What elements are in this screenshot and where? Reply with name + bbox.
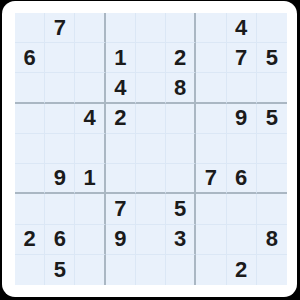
cell-r7c4[interactable]: 7: [106, 194, 136, 224]
cell-r2c7[interactable]: [196, 43, 226, 73]
cell-r8c4[interactable]: 9: [106, 225, 136, 255]
cell-r1c7[interactable]: [196, 13, 226, 43]
cell-r8c8[interactable]: [227, 225, 257, 255]
cell-r4c4[interactable]: 2: [106, 104, 136, 134]
cell-r3c6[interactable]: 8: [166, 73, 196, 103]
cell-r7c2[interactable]: [45, 194, 75, 224]
cell-r7c8[interactable]: [227, 194, 257, 224]
cell-r3c2[interactable]: [45, 73, 75, 103]
cell-r3c4[interactable]: 4: [106, 73, 136, 103]
cell-r1c4[interactable]: [106, 13, 136, 43]
cell-r3c9[interactable]: [257, 73, 287, 103]
cell-r7c7[interactable]: [196, 194, 226, 224]
cell-r1c6[interactable]: [166, 13, 196, 43]
cell-r6c5[interactable]: [136, 164, 166, 194]
cell-r6c1[interactable]: [15, 164, 45, 194]
cell-r3c8[interactable]: [227, 73, 257, 103]
cell-r4c6[interactable]: [166, 104, 196, 134]
cell-r6c6[interactable]: [166, 164, 196, 194]
cell-r6c8[interactable]: 6: [227, 164, 257, 194]
cell-r5c2[interactable]: [45, 134, 75, 164]
cell-r2c1[interactable]: 6: [15, 43, 45, 73]
cell-r1c2[interactable]: 7: [45, 13, 75, 43]
cell-r7c5[interactable]: [136, 194, 166, 224]
cell-r9c6[interactable]: [166, 255, 196, 285]
cell-r3c5[interactable]: [136, 73, 166, 103]
cell-r7c3[interactable]: [75, 194, 105, 224]
cell-r8c5[interactable]: [136, 225, 166, 255]
cell-r7c6[interactable]: 5: [166, 194, 196, 224]
cell-r5c1[interactable]: [15, 134, 45, 164]
cell-r9c4[interactable]: [106, 255, 136, 285]
cell-r4c5[interactable]: [136, 104, 166, 134]
cell-r9c1[interactable]: [15, 255, 45, 285]
cell-r6c7[interactable]: 7: [196, 164, 226, 194]
cell-r2c9[interactable]: 5: [257, 43, 287, 73]
cell-r4c1[interactable]: [15, 104, 45, 134]
cell-r7c1[interactable]: [15, 194, 45, 224]
cell-r8c6[interactable]: 3: [166, 225, 196, 255]
cell-r2c3[interactable]: [75, 43, 105, 73]
cell-r5c4[interactable]: [106, 134, 136, 164]
sudoku-grid: 74612754842959176752693852: [15, 13, 287, 285]
cell-r1c8[interactable]: 4: [227, 13, 257, 43]
cell-r8c1[interactable]: 2: [15, 225, 45, 255]
cell-r4c2[interactable]: [45, 104, 75, 134]
cell-r4c9[interactable]: 5: [257, 104, 287, 134]
cell-r5c6[interactable]: [166, 134, 196, 164]
cell-r8c3[interactable]: [75, 225, 105, 255]
cell-r3c3[interactable]: [75, 73, 105, 103]
cell-r1c3[interactable]: [75, 13, 105, 43]
cell-r1c5[interactable]: [136, 13, 166, 43]
cell-r6c9[interactable]: [257, 164, 287, 194]
cell-r9c9[interactable]: [257, 255, 287, 285]
cell-r1c1[interactable]: [15, 13, 45, 43]
sudoku-board-frame: 74612754842959176752693852: [2, 1, 297, 297]
cell-r8c7[interactable]: [196, 225, 226, 255]
cell-r5c3[interactable]: [75, 134, 105, 164]
cell-r9c7[interactable]: [196, 255, 226, 285]
cell-r7c9[interactable]: [257, 194, 287, 224]
cell-r2c8[interactable]: 7: [227, 43, 257, 73]
cell-r6c2[interactable]: 9: [45, 164, 75, 194]
cell-r3c7[interactable]: [196, 73, 226, 103]
cell-r9c2[interactable]: 5: [45, 255, 75, 285]
cell-r6c3[interactable]: 1: [75, 164, 105, 194]
cell-r5c9[interactable]: [257, 134, 287, 164]
cell-r5c5[interactable]: [136, 134, 166, 164]
cell-r4c3[interactable]: 4: [75, 104, 105, 134]
cell-r9c3[interactable]: [75, 255, 105, 285]
cell-r3c1[interactable]: [15, 73, 45, 103]
cell-r8c9[interactable]: 8: [257, 225, 287, 255]
cell-r2c6[interactable]: 2: [166, 43, 196, 73]
cell-r1c9[interactable]: [257, 13, 287, 43]
cell-r2c4[interactable]: 1: [106, 43, 136, 73]
cell-r4c7[interactable]: [196, 104, 226, 134]
cell-r8c2[interactable]: 6: [45, 225, 75, 255]
cell-r5c8[interactable]: [227, 134, 257, 164]
cell-r9c8[interactable]: 2: [227, 255, 257, 285]
cell-r9c5[interactable]: [136, 255, 166, 285]
cell-r6c4[interactable]: [106, 164, 136, 194]
cell-r2c2[interactable]: [45, 43, 75, 73]
cell-r4c8[interactable]: 9: [227, 104, 257, 134]
cell-r5c7[interactable]: [196, 134, 226, 164]
cell-r2c5[interactable]: [136, 43, 166, 73]
